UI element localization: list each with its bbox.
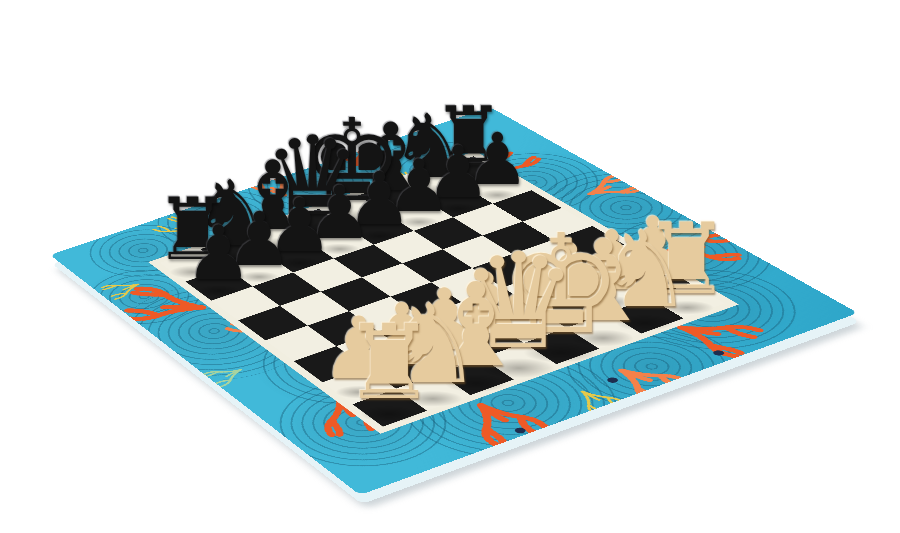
chess-set-product-photo: ♜♞♟♝♟♚♟♛♟♝♟♞♟♜♟♟♟♟♜♟♞♟♝♟♚♟♛♟♝♟♞♜ [0,0,900,533]
coral-branch [331,146,373,168]
coral-branch [664,234,745,265]
coral-branch [152,216,202,238]
coral-branch [99,278,144,300]
checkerboard [160,156,725,426]
magnet-dot [605,376,620,383]
coral-branch [248,174,301,200]
magnet-dot [711,349,726,356]
coral-branch [579,174,645,202]
chess-board [50,107,858,495]
magnet-dot [513,427,528,435]
